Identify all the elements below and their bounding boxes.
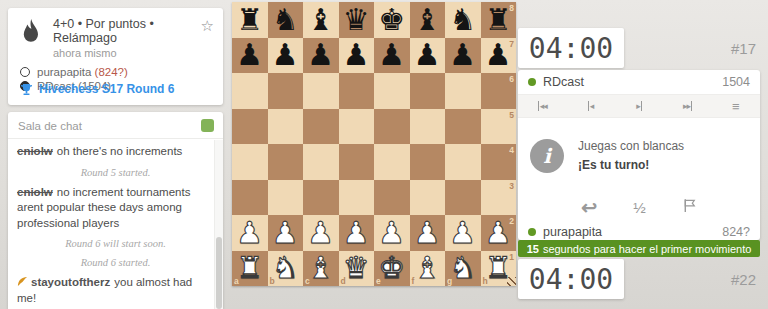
online-dot-icon (528, 78, 536, 86)
square-c5[interactable] (303, 109, 339, 145)
file-label: c (305, 276, 310, 286)
black-pawn-piece: ♟ (343, 40, 370, 70)
tournament-link[interactable]: Hivechess S17 Round 6 (20, 82, 174, 96)
white-bishop-piece: ♝ (307, 253, 334, 283)
square-h2[interactable]: ♟2 (481, 215, 517, 251)
rank-label: 7 (509, 39, 514, 49)
game-time-ago: ahora mismo (53, 47, 201, 59)
square-f1[interactable]: ♝f (410, 251, 446, 287)
opponent-clock: 04:00 (518, 28, 624, 68)
chat-system-message: Round 6 will start soon. (8, 234, 223, 253)
opponent-rating: 1504 (722, 75, 750, 89)
rank-label: 6 (509, 74, 514, 84)
square-g2[interactable]: ♟ (445, 215, 481, 251)
square-f8[interactable]: ♝ (410, 2, 446, 38)
chess-board: ♜♞♝♛♚♝♞♜8♟♟♟♟♟♟♟♟76543♟♟♟♟♟♟♟♟2♜a♞b♝c♛d♚… (232, 2, 516, 286)
square-a7[interactable]: ♟ (232, 38, 268, 74)
square-a8[interactable]: ♜ (232, 2, 268, 38)
rank-label: 2 (509, 216, 514, 226)
square-b8[interactable]: ♞ (268, 2, 304, 38)
white-player-rating: (824?) (95, 66, 128, 78)
patron-feather-icon (17, 276, 28, 287)
square-h5[interactable]: 5 (481, 109, 517, 145)
turn-status: i Juegas con blancas ¡Es tu turno! (518, 118, 760, 194)
white-knight-piece: ♞ (449, 253, 476, 283)
draw-offer-icon[interactable]: ½ (633, 200, 646, 215)
square-f2[interactable]: ♟ (410, 215, 446, 251)
square-e1[interactable]: ♚e (374, 251, 410, 287)
chat-message-list: eniolwoh there's no incrementsRound 5 st… (8, 139, 223, 309)
square-d1[interactable]: ♛d (339, 251, 375, 287)
square-f4[interactable] (410, 144, 446, 180)
square-b1[interactable]: ♞b (268, 251, 304, 287)
black-pawn-piece: ♟ (307, 40, 334, 70)
chat-title: Sala de chat (18, 120, 82, 132)
game-number-top: #17 (626, 28, 760, 68)
square-e5[interactable] (374, 109, 410, 145)
chat-message: eniolwoh there's no increments (8, 141, 223, 163)
opponent-row: RDcast 1504 (518, 70, 760, 94)
chat-username[interactable]: stayoutoftherz (31, 276, 110, 288)
file-label: e (376, 276, 381, 286)
game-meta-card: 4+0 • Por puntos • Relámpago ahora mismo… (8, 8, 223, 105)
square-h3[interactable]: 3 (481, 180, 517, 216)
white-rook-piece: ♜ (236, 253, 263, 283)
first-move-button[interactable]: ◂◂ (518, 102, 566, 111)
square-d5[interactable] (339, 109, 375, 145)
resign-flag-icon[interactable] (682, 198, 697, 216)
square-c2[interactable]: ♟ (303, 215, 339, 251)
board-resize-handle[interactable] (507, 277, 516, 286)
square-c1[interactable]: ♝c (303, 251, 339, 287)
player-clock-time: 04:00 (529, 263, 613, 296)
square-g8[interactable]: ♞ (445, 2, 481, 38)
file-label: d (341, 276, 346, 286)
square-b5[interactable] (268, 109, 304, 145)
black-pawn-piece: ♟ (485, 40, 512, 70)
first-move-timer-bar: 15 segundos para hacer el primer movimie… (518, 240, 760, 257)
black-bishop-piece: ♝ (414, 5, 441, 35)
rank-label: 1 (509, 252, 514, 262)
game-number-bottom: #22 (626, 259, 760, 299)
square-f6[interactable] (410, 73, 446, 109)
square-a3[interactable] (232, 180, 268, 216)
white-king-piece: ♚ (378, 253, 405, 283)
square-c7[interactable]: ♟ (303, 38, 339, 74)
black-bishop-piece: ♝ (307, 5, 334, 35)
black-rook-piece: ♜ (485, 5, 512, 35)
opponent-clock-time: 04:00 (529, 32, 613, 65)
black-knight-piece: ♞ (272, 5, 299, 35)
square-h4[interactable]: 4 (481, 144, 517, 180)
rank-label: 3 (509, 181, 514, 191)
chat-message: eniolwno increment tournaments arent pop… (8, 182, 223, 235)
timer-seconds: 15 (527, 243, 539, 255)
square-d3[interactable] (339, 180, 375, 216)
square-g5[interactable] (445, 109, 481, 145)
player-clock: 04:00 (518, 259, 624, 299)
square-a5[interactable] (232, 109, 268, 145)
square-c4[interactable] (303, 144, 339, 180)
square-h6[interactable]: 6 (481, 73, 517, 109)
chat-system-message: Round 5 started. (8, 163, 223, 182)
status-line1: Juegas con blancas (578, 139, 684, 153)
bookmark-star-icon[interactable]: ☆ (201, 18, 214, 33)
black-knight-piece: ♞ (449, 5, 476, 35)
black-pawn-piece: ♟ (236, 40, 263, 70)
square-d7[interactable]: ♟ (339, 38, 375, 74)
menu-icon[interactable]: ≡ (712, 100, 760, 113)
file-label: a (234, 276, 239, 286)
square-c6[interactable] (303, 73, 339, 109)
online-dot-icon (528, 228, 536, 236)
square-d8[interactable]: ♛ (339, 2, 375, 38)
tournament-label: Hivechess S17 Round 6 (39, 82, 174, 96)
black-queen-piece: ♛ (343, 5, 370, 35)
prev-move-button[interactable]: ◂ (566, 102, 614, 111)
file-label: b (270, 276, 275, 286)
black-pawn-piece: ♟ (414, 40, 441, 70)
square-b7[interactable]: ♟ (268, 38, 304, 74)
rank-label: 8 (509, 3, 514, 13)
square-c3[interactable] (303, 180, 339, 216)
square-b3[interactable] (268, 180, 304, 216)
square-h1[interactable]: ♜1h (481, 251, 517, 287)
trophy-icon (20, 83, 33, 96)
chat-panel: Sala de chat eniolwoh there's no increme… (8, 112, 223, 309)
next-move-button[interactable]: ▸ (615, 102, 663, 111)
game-setup-title: 4+0 • Por puntos • Relámpago (53, 17, 201, 45)
game-actions: ↩ ½ (518, 194, 760, 220)
square-b6[interactable] (268, 73, 304, 109)
white-pawn-piece: ♟ (378, 218, 405, 248)
chat-username[interactable]: eniolw (17, 145, 53, 157)
status-line2: ¡Es tu turno! (578, 158, 649, 172)
square-h7[interactable]: ♟7 (481, 38, 517, 74)
move-nav-controls: ◂◂ ◂ ▸ ▸▸ ≡ (518, 94, 760, 118)
game-side-panel: RDcast 1504 ◂◂ ◂ ▸ ▸▸ ≡ i Juegas con bla… (518, 70, 760, 240)
white-knight-piece: ♞ (272, 253, 299, 283)
white-pawn-piece: ♟ (236, 218, 263, 248)
square-b2[interactable]: ♟ (268, 215, 304, 251)
info-icon: i (530, 139, 564, 173)
square-g6[interactable] (445, 73, 481, 109)
chat-scrollbar[interactable] (214, 140, 223, 309)
square-f5[interactable] (410, 109, 446, 145)
blitz-flame-icon (20, 19, 42, 47)
square-e6[interactable] (374, 73, 410, 109)
square-a1[interactable]: ♜a (232, 251, 268, 287)
file-label: f (412, 276, 415, 286)
player-rating: 824? (722, 225, 750, 239)
file-label: g (447, 276, 452, 286)
square-d2[interactable]: ♟ (339, 215, 375, 251)
square-e3[interactable] (374, 180, 410, 216)
opponent-name[interactable]: RDcast (543, 75, 584, 89)
white-color-icon (20, 67, 30, 77)
square-g3[interactable] (445, 180, 481, 216)
white-pawn-piece: ♟ (272, 218, 299, 248)
square-g1[interactable]: ♞g (445, 251, 481, 287)
takeback-icon[interactable]: ↩ (581, 198, 597, 217)
square-g7[interactable]: ♟ (445, 38, 481, 74)
chat-username[interactable]: eniolw (17, 186, 53, 198)
square-d4[interactable] (339, 144, 375, 180)
square-e2[interactable]: ♟ (374, 215, 410, 251)
white-player-name[interactable]: purapapita (37, 66, 91, 78)
square-f7[interactable]: ♟ (410, 38, 446, 74)
white-pawn-piece: ♟ (414, 218, 441, 248)
rank-label: 4 (509, 145, 514, 155)
white-pawn-piece: ♟ (449, 218, 476, 248)
last-move-button[interactable]: ▸▸ (663, 102, 711, 111)
white-pawn-piece: ♟ (307, 218, 334, 248)
square-e7[interactable]: ♟ (374, 38, 410, 74)
square-d6[interactable] (339, 73, 375, 109)
black-pawn-piece: ♟ (378, 40, 405, 70)
square-a2[interactable]: ♟ (232, 215, 268, 251)
rank-label: 5 (509, 110, 514, 120)
square-e8[interactable]: ♚ (374, 2, 410, 38)
file-label: h (483, 276, 488, 286)
white-pawn-piece: ♟ (485, 218, 512, 248)
chat-system-message: Round 6 started. (8, 253, 223, 272)
white-pawn-piece: ♟ (343, 218, 370, 248)
black-pawn-piece: ♟ (449, 40, 476, 70)
white-player-line: purapapita (824?) (20, 66, 211, 78)
square-f3[interactable] (410, 180, 446, 216)
chat-message: stayoutoftherzyou almost had me! (8, 272, 223, 309)
timer-text: segundos para hacer el primer movimiento (543, 243, 752, 255)
black-king-piece: ♚ (378, 5, 405, 35)
black-pawn-piece: ♟ (272, 40, 299, 70)
square-b4[interactable] (268, 144, 304, 180)
square-a4[interactable] (232, 144, 268, 180)
square-h8[interactable]: ♜8 (481, 2, 517, 38)
black-rook-piece: ♜ (236, 5, 263, 35)
player-name[interactable]: purapapita (543, 225, 602, 239)
square-c8[interactable]: ♝ (303, 2, 339, 38)
square-a6[interactable] (232, 73, 268, 109)
chat-scrollbar-thumb[interactable] (216, 237, 222, 309)
white-bishop-piece: ♝ (414, 253, 441, 283)
chat-toggle[interactable] (201, 119, 214, 132)
square-g4[interactable] (445, 144, 481, 180)
square-e4[interactable] (374, 144, 410, 180)
white-queen-piece: ♛ (343, 253, 370, 283)
